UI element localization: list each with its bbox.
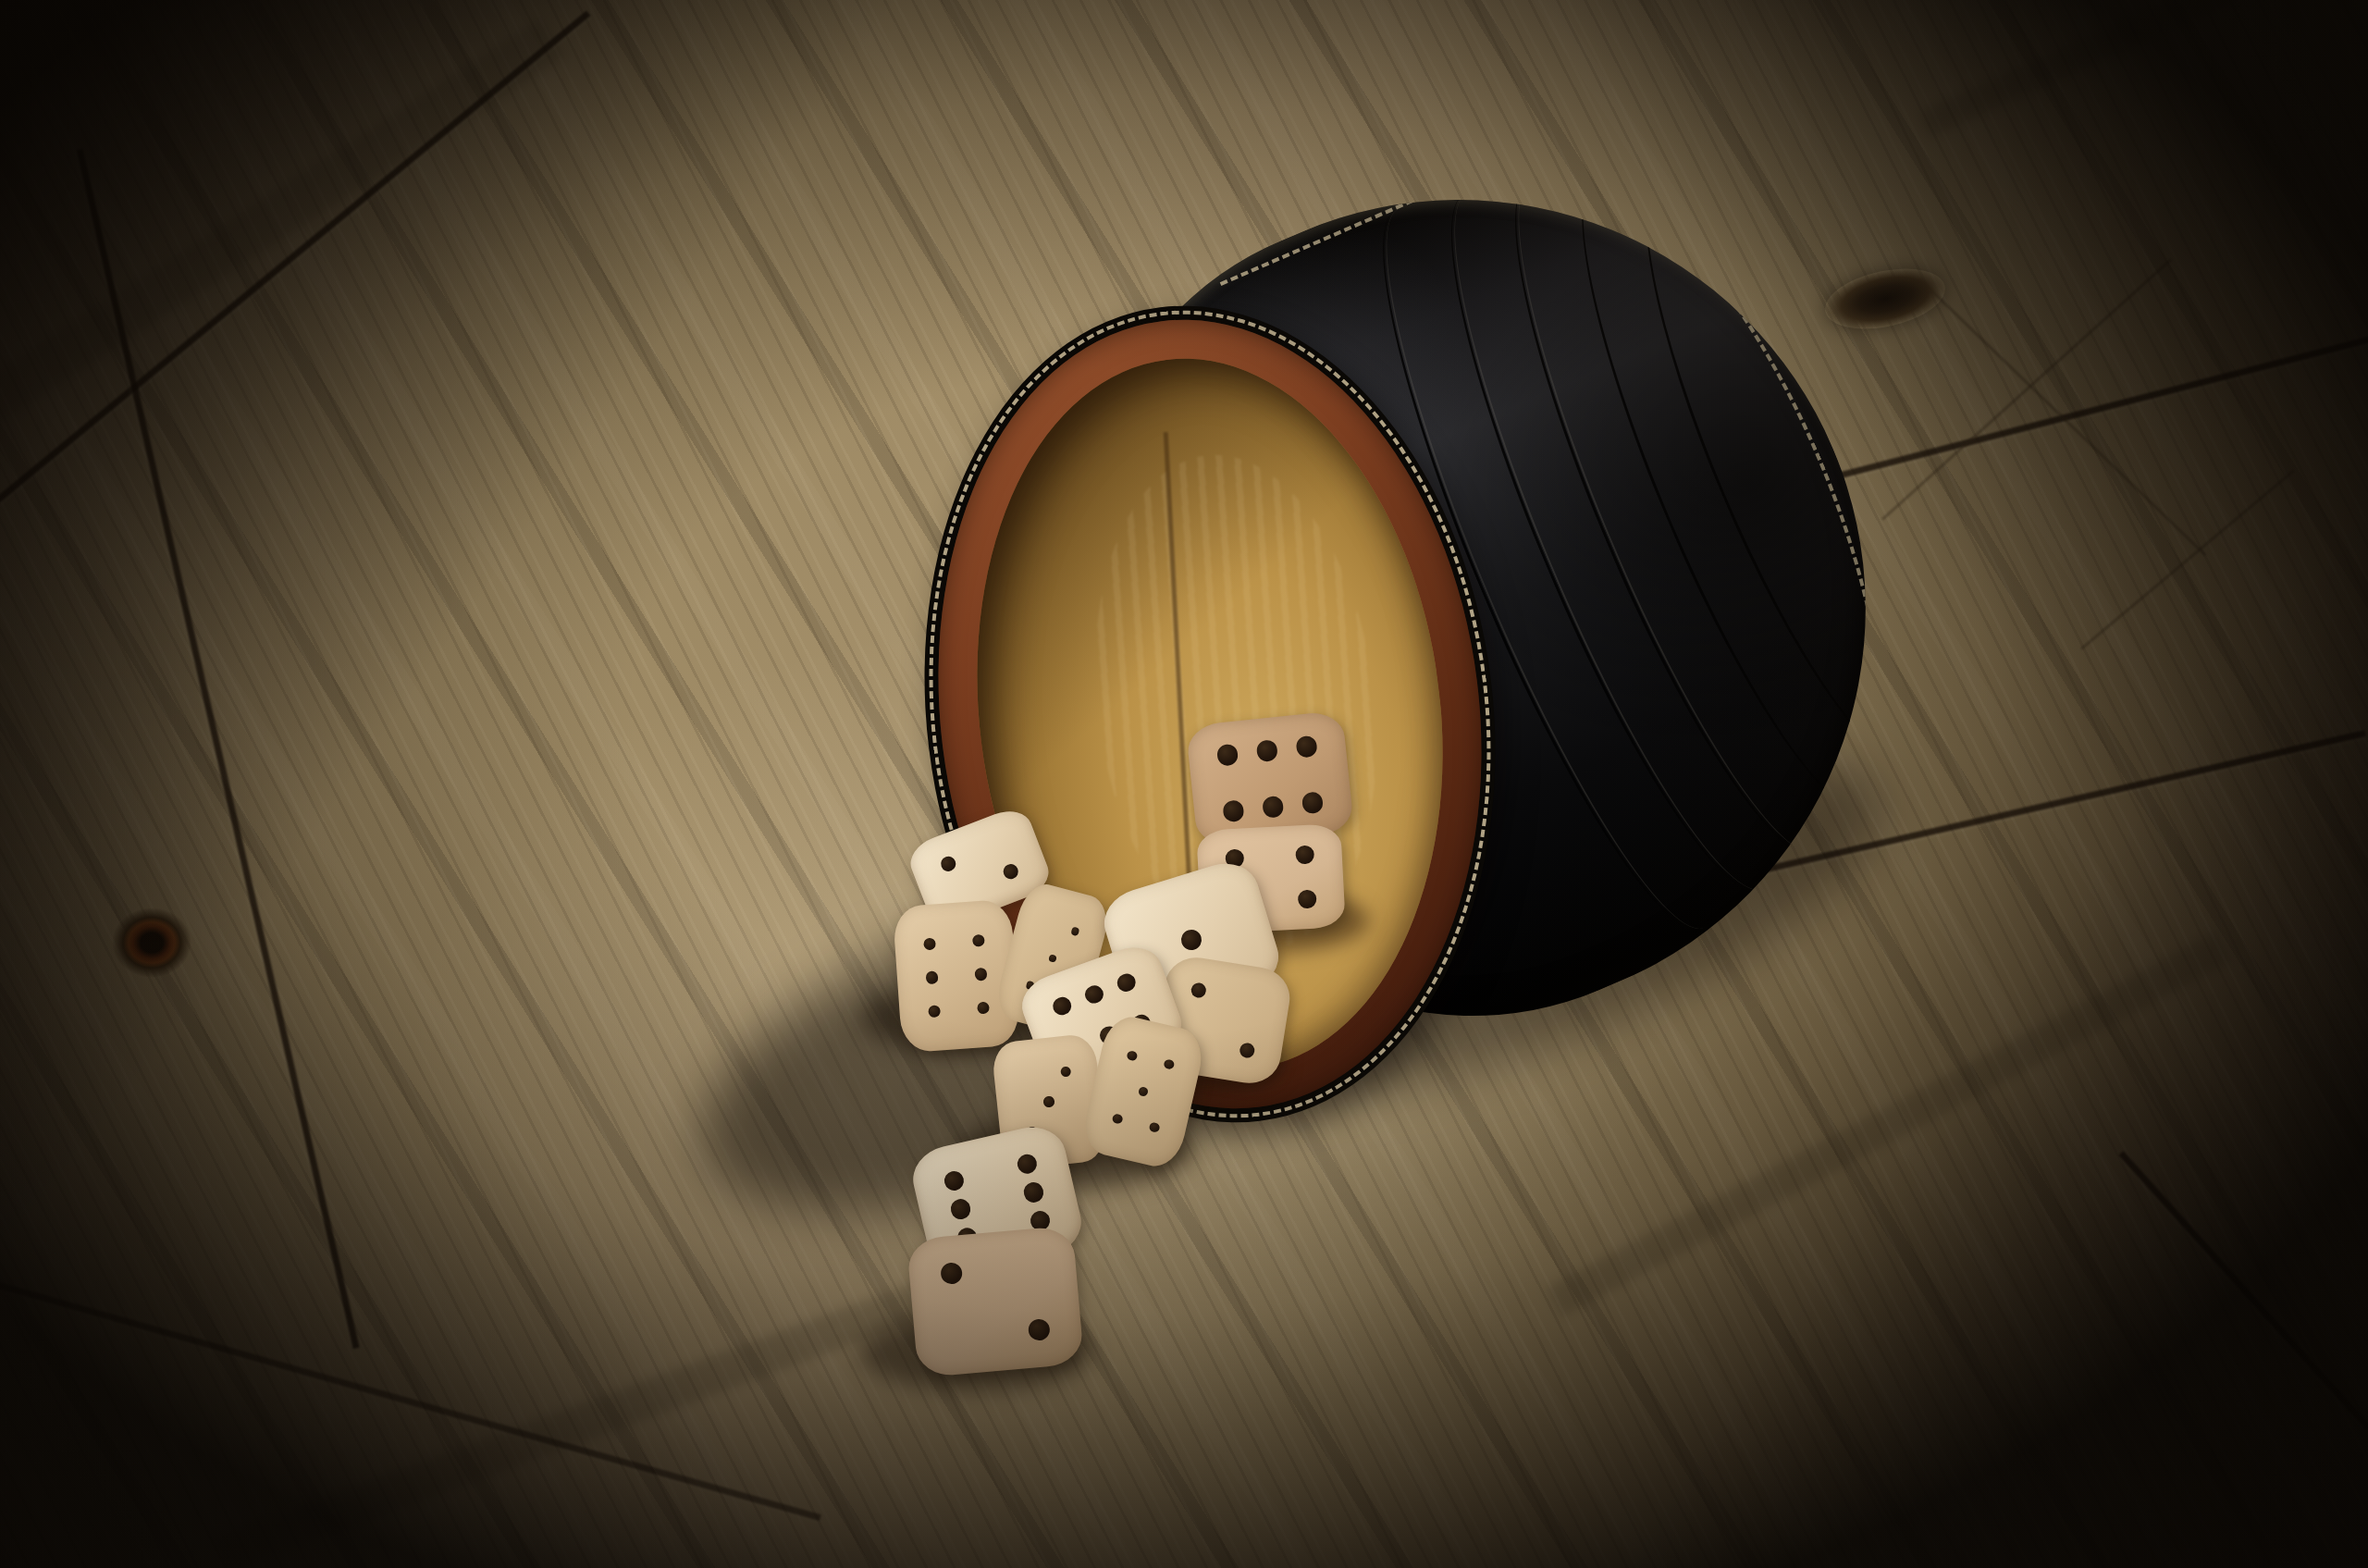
pip-cell — [921, 994, 948, 1029]
pip — [977, 1001, 991, 1015]
pip — [1070, 927, 1079, 936]
pip-cell — [916, 926, 943, 961]
pip-cell — [1231, 1035, 1264, 1065]
pip — [1222, 799, 1245, 822]
pip-cell — [1289, 887, 1326, 911]
pip — [1239, 1042, 1255, 1058]
pip-cell — [1252, 845, 1289, 869]
pip-cell — [976, 1315, 1019, 1351]
pip-cell — [970, 1252, 1014, 1287]
pip-cell — [935, 1319, 979, 1354]
pip — [1016, 1153, 1039, 1176]
pip-cell — [943, 958, 969, 994]
pip-cell — [1012, 1248, 1055, 1283]
pip-cell — [932, 1288, 976, 1323]
pip — [1298, 889, 1317, 908]
pip — [1138, 1086, 1150, 1098]
pip — [940, 1262, 963, 1285]
pip — [1149, 1121, 1161, 1133]
pip — [1028, 1318, 1051, 1341]
pip — [1112, 1113, 1124, 1125]
pip-cell — [1286, 731, 1328, 763]
pip — [1301, 791, 1325, 814]
pip-cell — [1291, 786, 1334, 819]
pip — [1296, 846, 1315, 865]
pip-cell — [1017, 1089, 1041, 1118]
pip — [925, 970, 939, 984]
photo-scene — [0, 0, 2368, 1568]
pip-cell — [1054, 1056, 1078, 1086]
pip-cell — [970, 990, 997, 1025]
pip — [1256, 739, 1279, 762]
pip-cell — [941, 924, 968, 959]
pip-cell — [968, 957, 994, 992]
pip — [1216, 744, 1239, 767]
pip — [923, 937, 937, 951]
pip-cell — [965, 923, 992, 958]
pip-cell — [1209, 767, 1252, 799]
pip — [1127, 1050, 1139, 1062]
pip — [972, 933, 986, 947]
pip-cell — [1038, 1087, 1061, 1117]
pip-cell — [1206, 739, 1249, 772]
pip-cell — [973, 1284, 1017, 1319]
pip-cell — [1212, 795, 1254, 827]
pip-cell — [1246, 735, 1289, 767]
die-face-front — [906, 1225, 1084, 1377]
pip-cell — [1017, 1312, 1061, 1347]
pip-cell — [919, 960, 945, 995]
pip — [1043, 1096, 1054, 1107]
pip — [1060, 1066, 1071, 1077]
pip-cell — [1249, 763, 1291, 796]
pip-cell — [1202, 1031, 1235, 1060]
pip — [928, 1005, 942, 1019]
nail-hole-knot — [112, 907, 191, 978]
pip — [974, 968, 988, 982]
pip-cell — [1057, 1085, 1080, 1115]
pip — [1262, 796, 1285, 819]
pip-cell — [1034, 1059, 1057, 1089]
pip — [1002, 862, 1020, 881]
pip — [949, 1197, 972, 1220]
pip-cell — [1289, 865, 1326, 889]
pip-cell — [1015, 1280, 1058, 1315]
pip-cell — [1015, 1061, 1038, 1091]
pip — [1022, 1180, 1045, 1204]
pip — [1295, 735, 1318, 759]
pip-cell — [945, 992, 972, 1027]
pip — [943, 1169, 966, 1192]
die-bottom — [903, 1136, 1097, 1373]
pip-cell — [930, 1255, 973, 1290]
pip — [1163, 1058, 1175, 1070]
pip-cell — [1289, 759, 1331, 791]
pip — [1178, 927, 1204, 953]
pip-cell — [1252, 791, 1294, 823]
pip-cell — [1287, 843, 1324, 867]
